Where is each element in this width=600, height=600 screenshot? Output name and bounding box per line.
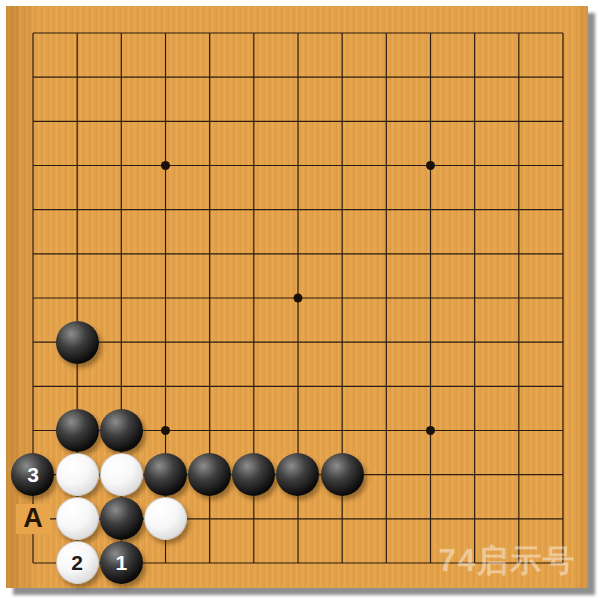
watermark-text: 74启示号 [439, 540, 576, 582]
stone-number-label: 3 [27, 464, 39, 485]
go-board: A321 74启示号 [6, 6, 588, 588]
point-label-A: A [16, 504, 50, 534]
white-stone [144, 497, 187, 540]
black-stone [321, 453, 364, 496]
go-diagram: A321 74启示号 [0, 0, 600, 600]
stone-number-label: 2 [71, 552, 83, 573]
black-stone [188, 453, 231, 496]
stone-layer: A321 [11, 11, 585, 585]
black-stone [232, 453, 275, 496]
black-stone [100, 409, 143, 452]
black-stone [56, 409, 99, 452]
white-stone [56, 453, 99, 496]
white-stone [56, 497, 99, 540]
black-stone: 1 [100, 541, 143, 584]
white-stone [100, 453, 143, 496]
black-stone [56, 321, 99, 364]
black-stone: 3 [11, 453, 54, 496]
black-stone [100, 497, 143, 540]
black-stone [144, 453, 187, 496]
white-stone: 2 [56, 541, 99, 584]
stone-number-label: 1 [115, 552, 127, 573]
black-stone [276, 453, 319, 496]
